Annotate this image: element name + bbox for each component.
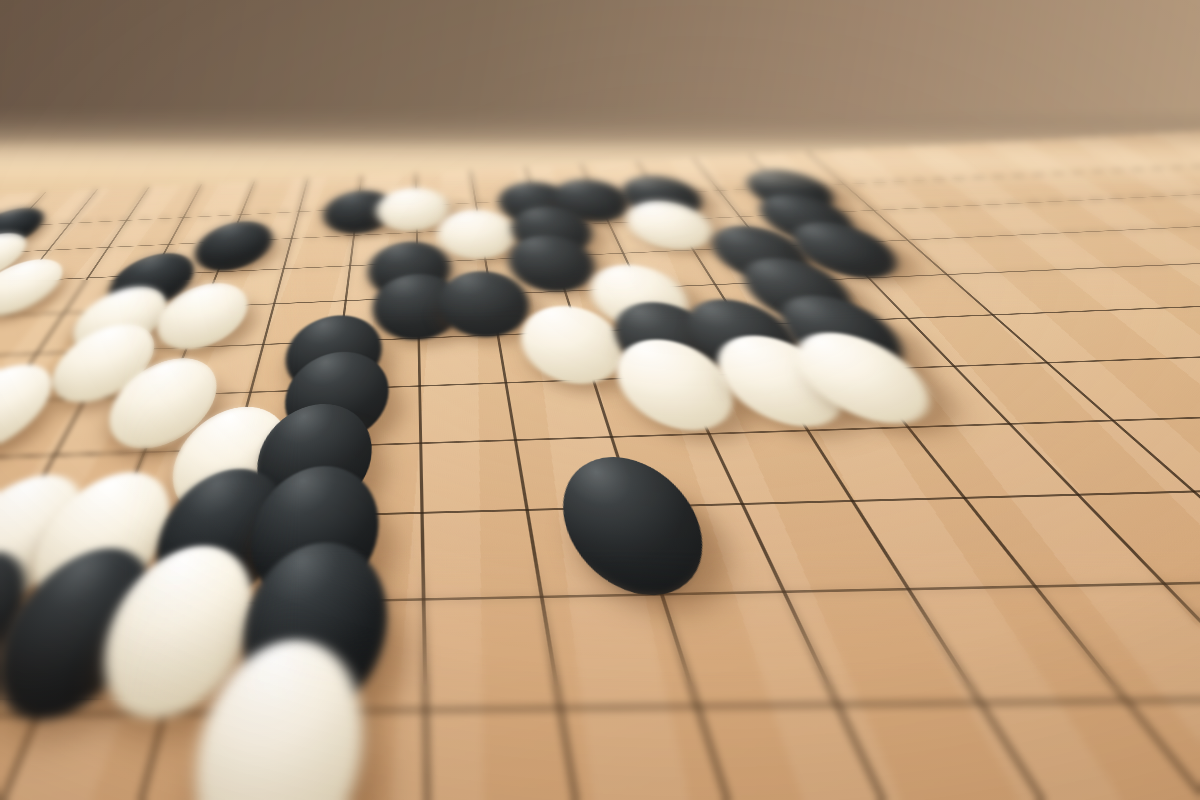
go-board-photo: ●●●●●●●●●●●●●●●●●●●●●●●●●●●●●●●●●●●●●●●●… xyxy=(0,0,1200,800)
depth-of-field-far-blur xyxy=(0,0,1200,320)
depth-of-field-left-blur xyxy=(0,280,300,700)
